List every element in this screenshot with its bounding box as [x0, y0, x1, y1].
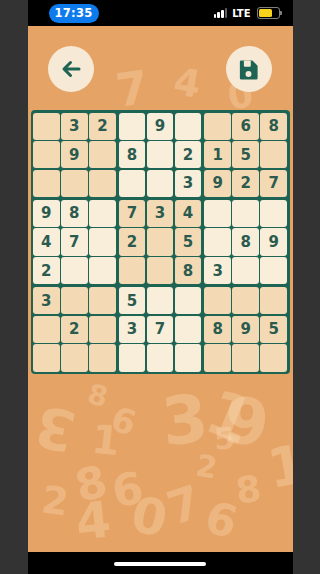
- bg-digit: 6: [200, 495, 242, 546]
- box-3-3: 895: [204, 287, 287, 371]
- back-button[interactable]: [48, 46, 94, 92]
- cell-r9c2[interactable]: [61, 344, 88, 371]
- status-indicators: LTE: [214, 7, 280, 20]
- cell-r4c3[interactable]: [89, 200, 116, 227]
- bg-digit: 1: [89, 419, 121, 462]
- cell-r3c4[interactable]: [119, 170, 146, 197]
- cell-r8c7[interactable]: 8: [204, 316, 231, 343]
- status-time-pill[interactable]: 17:35: [49, 4, 99, 23]
- cell-r1c9[interactable]: 8: [260, 113, 287, 140]
- cell-r9c7[interactable]: [204, 344, 231, 371]
- bg-digit: 9: [108, 464, 146, 513]
- bg-digit: 8: [84, 380, 110, 412]
- cell-r5c6[interactable]: 5: [175, 228, 202, 255]
- cell-r2c3[interactable]: [89, 141, 116, 168]
- cell-r6c5[interactable]: [147, 257, 174, 284]
- bg-digit: 8: [71, 459, 111, 509]
- bg-digit: 4: [170, 62, 203, 104]
- cell-r2c4[interactable]: 8: [119, 141, 146, 168]
- cell-r7c8[interactable]: [232, 287, 259, 314]
- cell-r1c5[interactable]: 9: [147, 113, 174, 140]
- battery-tip: [280, 11, 282, 15]
- cell-r3c5[interactable]: [147, 170, 174, 197]
- cell-r9c6[interactable]: [175, 344, 202, 371]
- cell-r7c9[interactable]: [260, 287, 287, 314]
- cell-r8c1[interactable]: [33, 316, 60, 343]
- cell-r6c1[interactable]: 2: [33, 257, 60, 284]
- cell-r1c6[interactable]: [175, 113, 202, 140]
- bg-digit: 8: [233, 470, 263, 509]
- save-button[interactable]: [226, 46, 272, 92]
- box-2-2: 734258: [119, 200, 202, 284]
- bg-digit: 3: [158, 386, 211, 456]
- cell-r5c4[interactable]: 2: [119, 228, 146, 255]
- cell-r7c1[interactable]: 3: [33, 287, 60, 314]
- cell-r8c6[interactable]: [175, 316, 202, 343]
- cell-r4c9[interactable]: [260, 200, 287, 227]
- bg-digit: 0: [127, 489, 171, 545]
- bg-digit: 2: [193, 450, 219, 483]
- cell-r9c4[interactable]: [119, 344, 146, 371]
- bg-digit: 1: [197, 380, 260, 454]
- cell-r4c2[interactable]: 8: [61, 200, 88, 227]
- cell-r3c7[interactable]: 9: [204, 170, 231, 197]
- cell-r7c3[interactable]: [89, 287, 116, 314]
- cell-r2c8[interactable]: 5: [232, 141, 259, 168]
- status-bar: 17:35 LTE: [28, 0, 293, 26]
- cell-r7c5[interactable]: [147, 287, 174, 314]
- cell-r4c1[interactable]: 9: [33, 200, 60, 227]
- cell-r5c1[interactable]: 4: [33, 228, 60, 255]
- cell-r6c2[interactable]: [61, 257, 88, 284]
- box-1-1: 329: [33, 113, 116, 197]
- cell-r3c1[interactable]: [33, 170, 60, 197]
- cell-r5c9[interactable]: 9: [260, 228, 287, 255]
- cell-r6c4[interactable]: [119, 257, 146, 284]
- bg-digit: 9: [219, 387, 272, 457]
- arrow-left-icon: [59, 57, 83, 81]
- cell-r4c8[interactable]: [232, 200, 259, 227]
- cell-r9c5[interactable]: [147, 344, 174, 371]
- cell-r2c1[interactable]: [33, 141, 60, 168]
- sudoku-board: 329982368159279847273425889332537895: [31, 110, 290, 374]
- cell-r7c7[interactable]: [204, 287, 231, 314]
- cell-r3c8[interactable]: 2: [232, 170, 259, 197]
- home-indicator[interactable]: [114, 562, 206, 567]
- cell-r6c3[interactable]: [89, 257, 116, 284]
- cell-r1c3[interactable]: 2: [89, 113, 116, 140]
- bg-digit: 4: [73, 494, 113, 547]
- cell-r9c3[interactable]: [89, 344, 116, 371]
- bg-digit: 6: [107, 401, 140, 441]
- cell-r1c8[interactable]: 6: [232, 113, 259, 140]
- home-indicator-bar: [28, 552, 293, 574]
- box-3-1: 32: [33, 287, 116, 371]
- cell-r5c8[interactable]: 8: [232, 228, 259, 255]
- bg-digit: 7: [161, 478, 206, 532]
- bg-digit: 2: [39, 480, 70, 521]
- cellular-signal-icon: [214, 8, 227, 18]
- battery-fill: [259, 9, 272, 18]
- cell-r2c5[interactable]: [147, 141, 174, 168]
- cell-r3c2[interactable]: [61, 170, 88, 197]
- cell-r8c8[interactable]: 9: [232, 316, 259, 343]
- cell-r6c6[interactable]: 8: [175, 257, 202, 284]
- cell-r4c7[interactable]: [204, 200, 231, 227]
- cell-r4c5[interactable]: 3: [147, 200, 174, 227]
- cell-r9c8[interactable]: [232, 344, 259, 371]
- cell-r3c6[interactable]: 3: [175, 170, 202, 197]
- bg-digit: 7: [112, 64, 150, 114]
- cell-r5c3[interactable]: [89, 228, 116, 255]
- cell-r3c3[interactable]: [89, 170, 116, 197]
- cell-r2c2[interactable]: 9: [61, 141, 88, 168]
- battery-icon: [257, 7, 280, 20]
- bg-digit: 3: [30, 397, 80, 460]
- box-1-3: 6815927: [204, 113, 287, 197]
- floppy-disk-icon: [237, 58, 260, 81]
- cell-r8c3[interactable]: [89, 316, 116, 343]
- cell-r6c8[interactable]: [232, 257, 259, 284]
- cell-r2c7[interactable]: 1: [204, 141, 231, 168]
- app-screen: 17:35 LTE 740831631951892407286: [28, 0, 293, 574]
- cell-r4c6[interactable]: 4: [175, 200, 202, 227]
- cell-r5c5[interactable]: [147, 228, 174, 255]
- cell-r8c9[interactable]: 5: [260, 316, 287, 343]
- cell-r1c4[interactable]: [119, 113, 146, 140]
- cell-r7c4[interactable]: 5: [119, 287, 146, 314]
- cell-r6c7[interactable]: 3: [204, 257, 231, 284]
- cell-r4c4[interactable]: 7: [119, 200, 146, 227]
- cell-r5c7[interactable]: [204, 228, 231, 255]
- bg-digit: 5: [212, 423, 235, 454]
- bg-digit: 1: [263, 437, 292, 497]
- cell-r5c2[interactable]: 7: [61, 228, 88, 255]
- box-3-2: 537: [119, 287, 202, 371]
- cell-r3c9[interactable]: 7: [260, 170, 287, 197]
- cell-r8c5[interactable]: 7: [147, 316, 174, 343]
- cell-r9c9[interactable]: [260, 344, 287, 371]
- box-2-3: 893: [204, 200, 287, 284]
- box-1-2: 9823: [119, 113, 202, 197]
- cell-r1c2[interactable]: 3: [61, 113, 88, 140]
- cell-r9c1[interactable]: [33, 344, 60, 371]
- cell-r8c2[interactable]: 2: [61, 316, 88, 343]
- cell-r8c4[interactable]: 3: [119, 316, 146, 343]
- cell-r7c6[interactable]: [175, 287, 202, 314]
- cell-r2c9[interactable]: [260, 141, 287, 168]
- network-label: LTE: [232, 8, 250, 19]
- cell-r6c9[interactable]: [260, 257, 287, 284]
- cell-r7c2[interactable]: [61, 287, 88, 314]
- cell-r1c7[interactable]: [204, 113, 231, 140]
- cell-r1c1[interactable]: [33, 113, 60, 140]
- cell-r2c6[interactable]: 2: [175, 141, 202, 168]
- box-2-1: 98472: [33, 200, 116, 284]
